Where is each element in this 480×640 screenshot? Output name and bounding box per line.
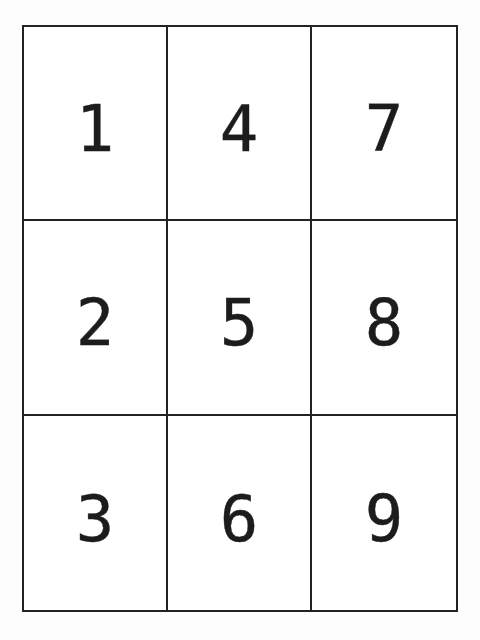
cell-value: 1 bbox=[76, 97, 115, 161]
cell-value: 8 bbox=[365, 291, 404, 355]
cell-value: 5 bbox=[220, 291, 259, 355]
cell-value: 3 bbox=[76, 487, 115, 551]
cell-value: 2 bbox=[76, 291, 115, 355]
cell-r3c2[interactable]: 6 bbox=[168, 416, 312, 610]
cell-r1c3[interactable]: 7 bbox=[312, 27, 456, 221]
cell-r2c3[interactable]: 8 bbox=[312, 221, 456, 415]
cell-r2c1[interactable]: 2 bbox=[24, 221, 168, 415]
number-grid-board: 1 4 7 2 5 8 3 6 9 bbox=[22, 25, 458, 612]
cell-r3c3[interactable]: 9 bbox=[312, 416, 456, 610]
cell-value: 9 bbox=[365, 487, 404, 551]
cell-value: 4 bbox=[220, 97, 259, 161]
cell-r1c2[interactable]: 4 bbox=[168, 27, 312, 221]
cell-r2c2[interactable]: 5 bbox=[168, 221, 312, 415]
cell-value: 6 bbox=[220, 487, 259, 551]
cell-r3c1[interactable]: 3 bbox=[24, 416, 168, 610]
cell-value: 7 bbox=[365, 97, 404, 161]
cell-r1c1[interactable]: 1 bbox=[24, 27, 168, 221]
